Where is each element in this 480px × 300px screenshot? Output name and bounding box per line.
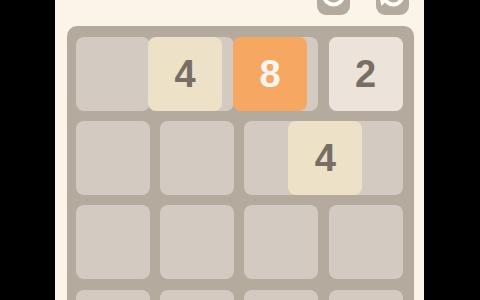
redo-arrow-icon bbox=[376, 0, 409, 15]
tile-4: 4 bbox=[288, 121, 362, 195]
board-cell-r3c3 bbox=[329, 290, 403, 300]
tile-4: 4 bbox=[148, 37, 222, 111]
undo-button[interactable] bbox=[317, 0, 350, 15]
board-cell-r2c2 bbox=[244, 205, 318, 279]
board-cell-r1c1 bbox=[160, 121, 234, 195]
board-cell-r2c1 bbox=[160, 205, 234, 279]
board-cell-r1c0 bbox=[76, 121, 150, 195]
board-cell-r3c2 bbox=[244, 290, 318, 300]
app-screen: 4824 bbox=[55, 0, 424, 300]
board-cell-r3c0 bbox=[76, 290, 150, 300]
tile-8: 8 bbox=[233, 37, 307, 111]
undo-arrow-icon bbox=[317, 0, 350, 15]
tile-2: 2 bbox=[329, 37, 403, 111]
letterbox-stage: 4824 bbox=[0, 0, 480, 300]
board-cell-r2c0 bbox=[76, 205, 150, 279]
board-cell-r3c1 bbox=[160, 290, 234, 300]
redo-button[interactable] bbox=[376, 0, 409, 15]
board-cell-r2c3 bbox=[329, 205, 403, 279]
board-cell-r0c0 bbox=[76, 37, 150, 111]
